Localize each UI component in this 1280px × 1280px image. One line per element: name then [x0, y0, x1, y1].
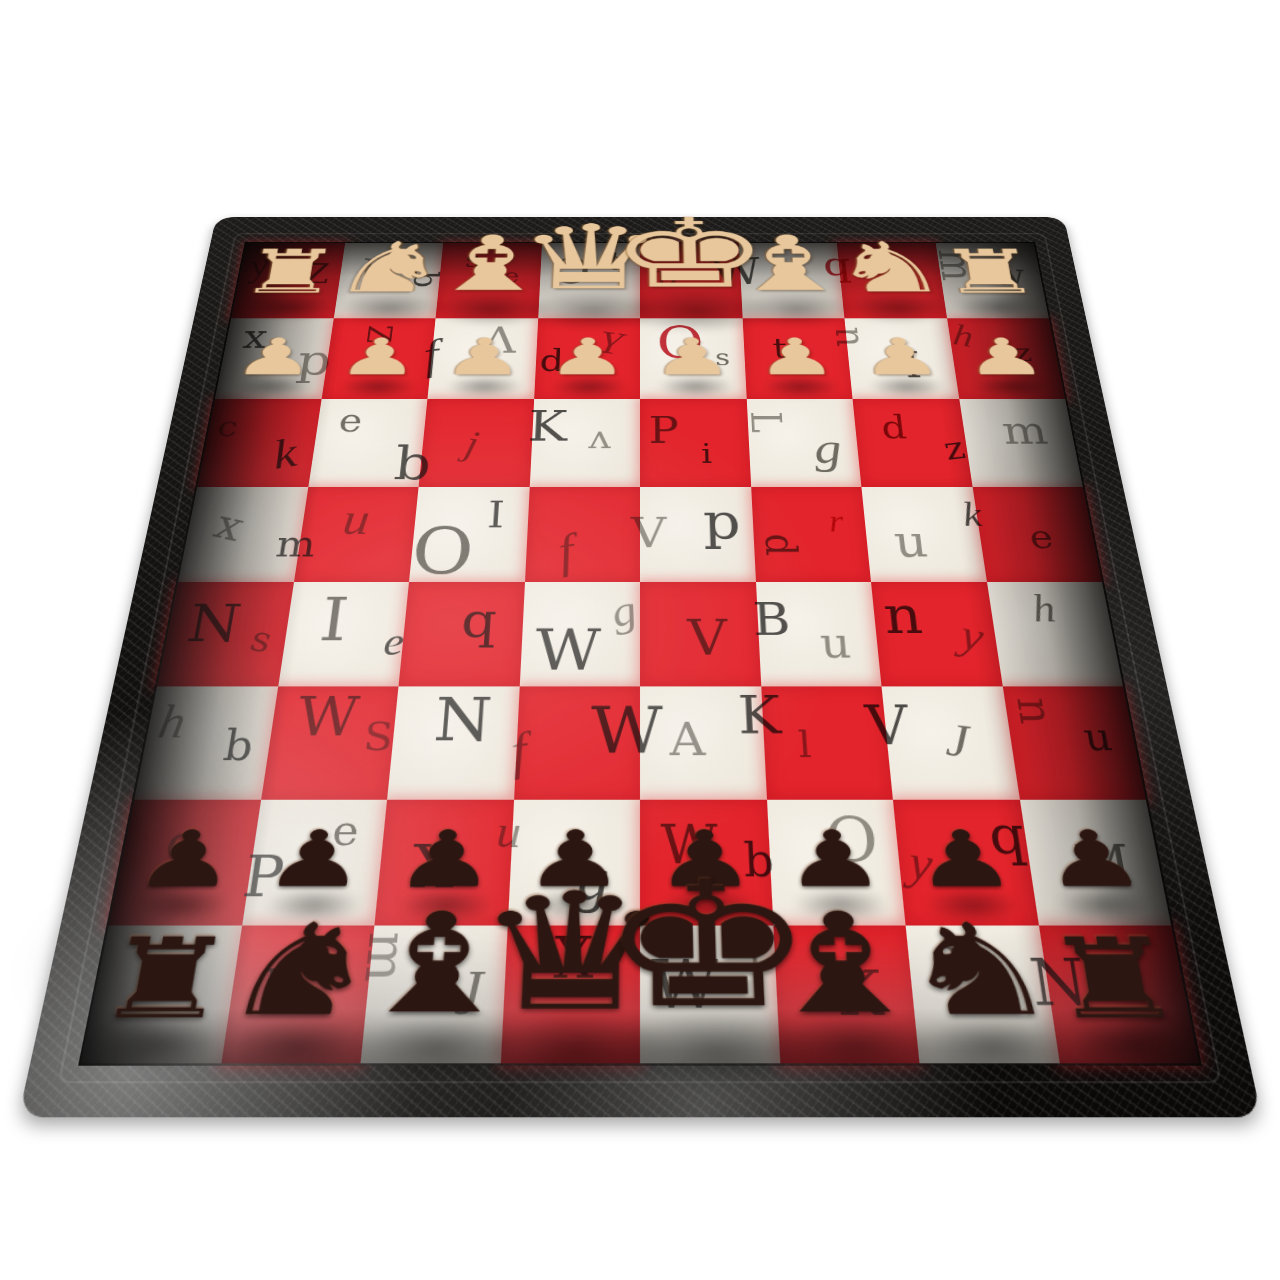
square-r4c4[interactable]: [525, 487, 641, 582]
square-r4c7[interactable]: [861, 487, 986, 582]
square-r4c6[interactable]: [751, 487, 871, 582]
square-r1c5[interactable]: [640, 243, 742, 318]
square-r1c4[interactable]: [538, 243, 640, 318]
square-r1c6[interactable]: [738, 243, 844, 318]
scene: yZubseOtnWoqJmwxpZfVdYOstuqhzckebjKvPiLg…: [0, 0, 1280, 1280]
photo-background: yZubseOtnWoqJmwxpZfVdYOstuqhzckebjKvPiLg…: [0, 0, 1280, 1280]
square-r4c8[interactable]: [972, 487, 1102, 582]
square-r2c1[interactable]: [215, 318, 334, 399]
square-r4c1[interactable]: [178, 487, 308, 582]
square-r3c2[interactable]: [308, 399, 428, 487]
square-r2c6[interactable]: [742, 318, 852, 399]
square-r3c6[interactable]: [746, 399, 861, 487]
square-r1c7[interactable]: [837, 243, 947, 318]
square-r4c3[interactable]: [409, 487, 529, 582]
dark-rook-glyph: ♜: [1054, 879, 1194, 1035]
square-r1c2[interactable]: [333, 243, 443, 318]
square-r3c3[interactable]: [419, 399, 534, 487]
chess-board: yZubseOtnWoqJmwxpZfVdYOstuqhzckebjKvPiLg…: [18, 217, 1261, 1117]
square-r2c5[interactable]: [640, 318, 746, 399]
dark-rook-glyph: ♜: [86, 879, 226, 1035]
square-r2c4[interactable]: [534, 318, 640, 399]
square-r1c1[interactable]: [231, 243, 345, 318]
square-r4c5[interactable]: [640, 487, 756, 582]
square-r2c7[interactable]: [844, 318, 958, 399]
square-r3c4[interactable]: [529, 399, 640, 487]
square-r2c8[interactable]: [947, 318, 1066, 399]
square-r1c3[interactable]: [436, 243, 542, 318]
square-r2c3[interactable]: [427, 318, 537, 399]
square-r3c7[interactable]: [853, 399, 973, 487]
square-r1c8[interactable]: [935, 243, 1049, 318]
square-r3c8[interactable]: [959, 399, 1083, 487]
square-r3c5[interactable]: [640, 399, 751, 487]
dark-knight-glyph: ♞: [905, 855, 1066, 1035]
square-r3c1[interactable]: [197, 399, 321, 487]
square-r2c2[interactable]: [321, 318, 435, 399]
playing-field: yZubseOtnWoqJmwxpZfVdYOstuqhzckebjKvPiLg…: [81, 243, 1199, 1063]
square-r4c2[interactable]: [294, 487, 419, 582]
